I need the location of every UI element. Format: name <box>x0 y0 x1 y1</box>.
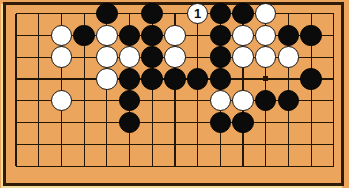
white-stone <box>96 68 118 90</box>
white-stone <box>96 25 118 47</box>
black-stone <box>210 68 232 90</box>
grid-horizontal-line <box>16 166 334 167</box>
black-stone <box>141 3 163 25</box>
black-stone <box>232 112 254 134</box>
black-stone <box>119 68 141 90</box>
black-stone <box>73 25 95 47</box>
white-stone <box>232 46 254 68</box>
go-board[interactable]: 1 <box>0 0 349 188</box>
black-stone <box>96 3 118 25</box>
black-stone <box>141 25 163 47</box>
white-stone <box>96 46 118 68</box>
grid-horizontal-line <box>16 13 334 14</box>
hoshi-star-point <box>263 76 268 81</box>
black-stone <box>210 46 232 68</box>
white-stone <box>51 46 73 68</box>
grid-horizontal-line <box>16 122 334 123</box>
black-stone <box>164 68 186 90</box>
white-stone <box>232 90 254 112</box>
go-diagram: 1 <box>0 0 349 188</box>
black-stone <box>187 68 209 90</box>
white-stone <box>232 25 254 47</box>
black-stone <box>278 25 300 47</box>
black-stone <box>141 68 163 90</box>
white-stone <box>278 46 300 68</box>
black-stone <box>300 25 322 47</box>
white-stone <box>119 46 141 68</box>
white-stone <box>51 25 73 47</box>
white-stone <box>164 46 186 68</box>
grid-horizontal-line <box>16 144 334 145</box>
black-stone <box>300 68 322 90</box>
black-stone <box>210 25 232 47</box>
black-stone <box>141 46 163 68</box>
move-number-label: 1 <box>194 7 201 20</box>
black-stone <box>232 3 254 25</box>
white-stone <box>164 25 186 47</box>
